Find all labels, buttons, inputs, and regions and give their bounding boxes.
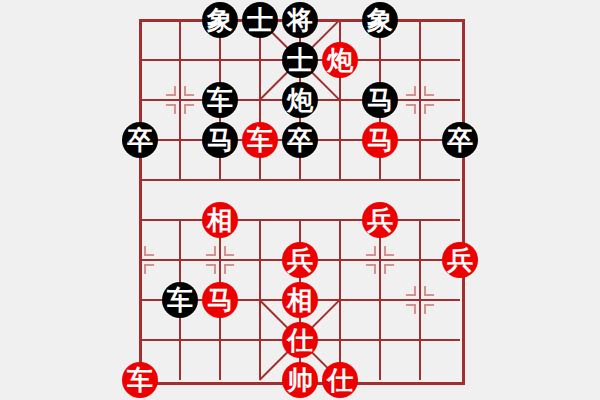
point-marker: [384, 246, 394, 256]
grid-line-vertical: [419, 20, 421, 180]
piece-black-advisor[interactable]: 士: [242, 2, 278, 38]
piece-black-horse[interactable]: 马: [202, 122, 238, 158]
point-marker: [406, 104, 416, 114]
point-marker: [406, 86, 416, 96]
piece-red-advisor[interactable]: 仕: [322, 362, 358, 398]
piece-red-advisor[interactable]: 仕: [282, 322, 318, 358]
piece-black-chariot[interactable]: 车: [162, 282, 198, 318]
piece-red-soldier[interactable]: 兵: [362, 202, 398, 238]
piece-black-soldier[interactable]: 卒: [122, 122, 158, 158]
piece-black-soldier[interactable]: 卒: [442, 122, 478, 158]
piece-red-elephant[interactable]: 相: [202, 202, 238, 238]
piece-black-general[interactable]: 将: [282, 2, 318, 38]
grid-line-vertical: [379, 220, 381, 380]
piece-red-general[interactable]: 帅: [282, 362, 318, 398]
point-marker: [366, 264, 376, 274]
point-marker: [206, 246, 216, 256]
point-marker: [184, 104, 194, 114]
piece-black-advisor[interactable]: 士: [282, 42, 318, 78]
point-marker: [424, 104, 434, 114]
piece-black-elephant[interactable]: 象: [202, 2, 238, 38]
point-marker: [424, 86, 434, 96]
point-marker: [144, 246, 154, 256]
piece-red-chariot[interactable]: 车: [242, 122, 278, 158]
point-marker: [384, 264, 394, 274]
piece-red-soldier[interactable]: 兵: [442, 242, 478, 278]
piece-black-chariot[interactable]: 车: [202, 82, 238, 118]
point-marker: [366, 246, 376, 256]
piece-black-horse[interactable]: 马: [362, 82, 398, 118]
point-marker: [144, 264, 154, 274]
grid-line-vertical: [419, 220, 421, 380]
point-marker: [206, 264, 216, 274]
point-marker: [424, 286, 434, 296]
piece-red-soldier[interactable]: 兵: [282, 242, 318, 278]
piece-black-cannon[interactable]: 炮: [282, 82, 318, 118]
point-marker: [406, 304, 416, 314]
point-marker: [224, 264, 234, 274]
piece-black-elephant[interactable]: 象: [362, 2, 398, 38]
piece-black-soldier[interactable]: 卒: [282, 122, 318, 158]
piece-red-elephant[interactable]: 相: [282, 282, 318, 318]
piece-red-chariot[interactable]: 车: [122, 362, 158, 398]
point-marker: [224, 246, 234, 256]
point-marker: [424, 304, 434, 314]
point-marker: [406, 286, 416, 296]
xiangqi-board[interactable]: 象士将象士炮车炮马卒马车卒马卒相兵兵兵车马相仕车帅仕: [0, 0, 600, 400]
piece-red-horse[interactable]: 马: [362, 122, 398, 158]
point-marker: [184, 86, 194, 96]
xiangqi-app: 象士将象士炮车炮马卒马车卒马卒相兵兵兵车马相仕车帅仕: [0, 0, 600, 400]
point-marker: [166, 104, 176, 114]
point-marker: [166, 86, 176, 96]
grid-line-vertical: [179, 20, 181, 180]
piece-red-cannon[interactable]: 炮: [322, 42, 358, 78]
piece-red-horse[interactable]: 马: [202, 282, 238, 318]
